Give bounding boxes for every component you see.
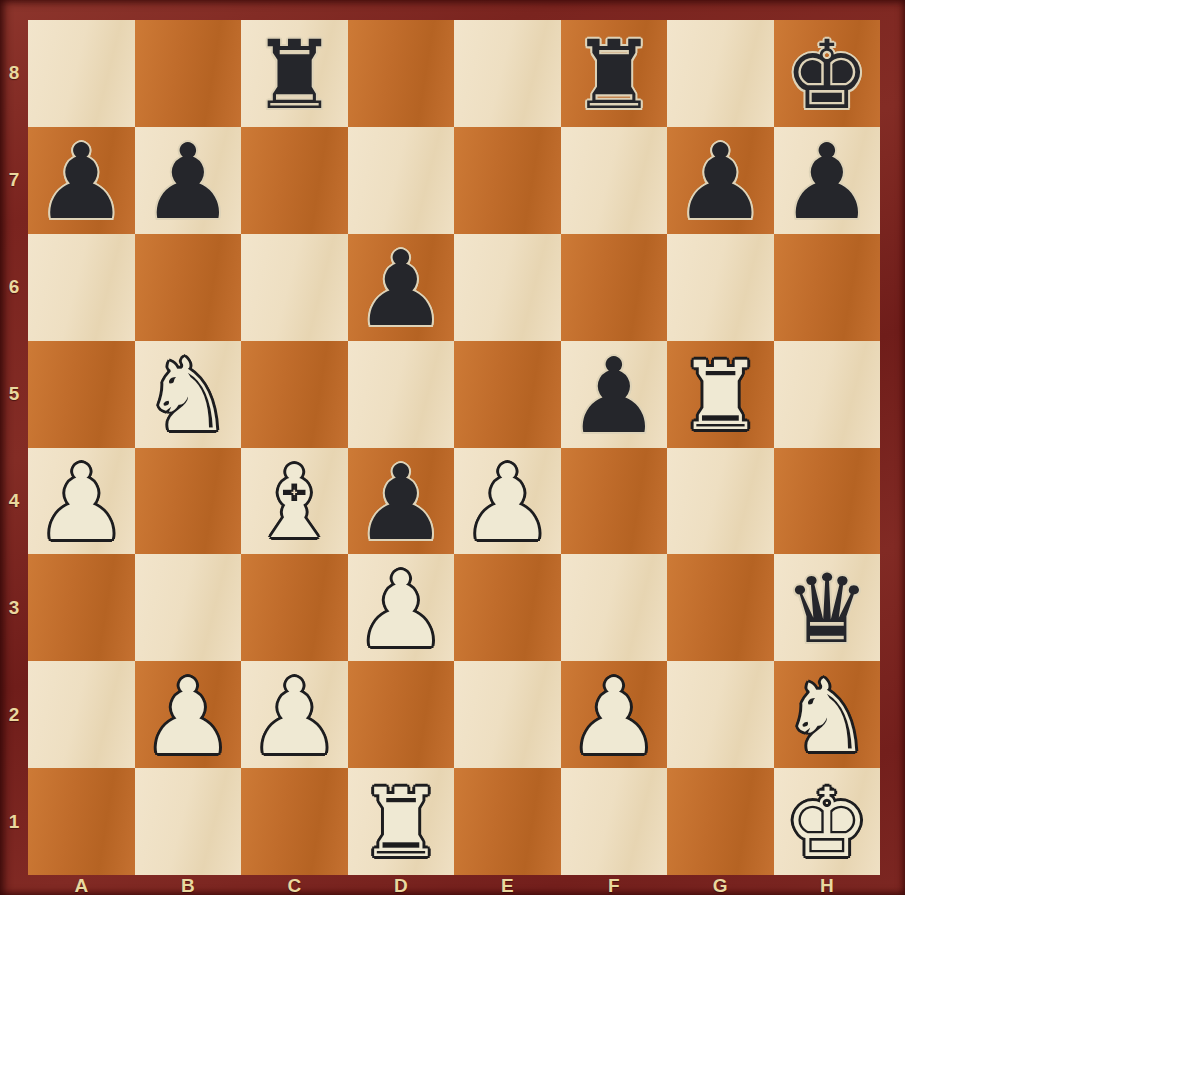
white-knight-b5: ♞ [143,346,233,446]
square-h5[interactable] [774,341,881,448]
black-pawn-d4: ♟ [354,451,447,554]
square-a4[interactable]: ♟ [28,448,135,555]
square-a8[interactable] [28,20,135,127]
square-a3[interactable] [28,554,135,661]
white-pawn-b2: ♟ [141,665,234,768]
white-rook-d1: ♜ [358,776,443,871]
black-pawn-f5: ♟ [567,344,660,447]
square-h8[interactable]: ♚ [774,20,881,127]
square-b8[interactable] [135,20,242,127]
black-pawn-b7: ♟ [141,130,234,233]
square-h6[interactable] [774,234,881,341]
square-g6[interactable] [667,234,774,341]
rank-label-4: 4 [0,448,28,555]
square-b4[interactable] [135,448,242,555]
square-d5[interactable] [348,341,455,448]
square-c3[interactable] [241,554,348,661]
square-f2[interactable]: ♟ [561,661,668,768]
chess-board-frame: 87654321 ♜♜♚♟♟♟♟♟♞♟♜♟♝♟♟♟♛♟♟♟♞♜♚ ABCDEFG… [0,0,905,895]
square-g8[interactable] [667,20,774,127]
square-h4[interactable] [774,448,881,555]
square-g3[interactable] [667,554,774,661]
square-e7[interactable] [454,127,561,234]
rank-label-7: 7 [0,127,28,234]
square-c2[interactable]: ♟ [241,661,348,768]
black-pawn-d6: ♟ [354,237,447,340]
white-pawn-c2: ♟ [248,665,341,768]
square-c5[interactable] [241,341,348,448]
black-king-h8: ♚ [784,28,869,123]
black-queen-h3: ♛ [784,562,869,657]
file-label-f: F [561,875,668,898]
square-e3[interactable] [454,554,561,661]
rank-label-2: 2 [0,661,28,768]
square-a6[interactable] [28,234,135,341]
black-pawn-a7: ♟ [35,130,128,233]
square-b5[interactable]: ♞ [135,341,242,448]
file-label-b: B [135,875,242,898]
square-e5[interactable] [454,341,561,448]
board-squares: ♜♜♚♟♟♟♟♟♞♟♜♟♝♟♟♟♛♟♟♟♞♜♚ [28,20,880,875]
rank-label-1: 1 [0,768,28,875]
square-a5[interactable] [28,341,135,448]
square-g2[interactable] [667,661,774,768]
rank-label-5: 5 [0,341,28,448]
square-d6[interactable]: ♟ [348,234,455,341]
black-rook-c8: ♜ [252,28,337,123]
rank-label-6: 6 [0,234,28,341]
square-g1[interactable] [667,768,774,875]
square-b1[interactable] [135,768,242,875]
square-f4[interactable] [561,448,668,555]
file-label-e: E [454,875,561,898]
white-pawn-a4: ♟ [35,451,128,554]
file-label-c: C [241,875,348,898]
square-c4[interactable]: ♝ [241,448,348,555]
square-f5[interactable]: ♟ [561,341,668,448]
rank-label-3: 3 [0,554,28,661]
rank-labels: 87654321 [0,20,28,875]
page: 87654321 ♜♜♚♟♟♟♟♟♞♟♜♟♝♟♟♟♛♟♟♟♞♜♚ ABCDEFG… [0,0,1200,1065]
square-g5[interactable]: ♜ [667,341,774,448]
square-b6[interactable] [135,234,242,341]
white-king-h1: ♚ [784,776,869,871]
file-label-d: D [348,875,455,898]
square-a1[interactable] [28,768,135,875]
square-a7[interactable]: ♟ [28,127,135,234]
square-f6[interactable] [561,234,668,341]
white-knight-h2: ♞ [782,667,872,767]
square-d1[interactable]: ♜ [348,768,455,875]
square-h2[interactable]: ♞ [774,661,881,768]
square-b3[interactable] [135,554,242,661]
square-g4[interactable] [667,448,774,555]
white-pawn-e4: ♟ [461,451,554,554]
square-g7[interactable]: ♟ [667,127,774,234]
white-pawn-d3: ♟ [354,558,447,661]
square-c6[interactable] [241,234,348,341]
square-e6[interactable] [454,234,561,341]
square-d7[interactable] [348,127,455,234]
square-c7[interactable] [241,127,348,234]
square-e1[interactable] [454,768,561,875]
square-d2[interactable] [348,661,455,768]
square-d4[interactable]: ♟ [348,448,455,555]
file-labels: ABCDEFGH [28,875,880,895]
square-h7[interactable]: ♟ [774,127,881,234]
square-c1[interactable] [241,768,348,875]
white-rook-g5: ♜ [678,349,763,444]
square-e8[interactable] [454,20,561,127]
rank-label-8: 8 [0,20,28,127]
square-b2[interactable]: ♟ [135,661,242,768]
square-f8[interactable]: ♜ [561,20,668,127]
square-h1[interactable]: ♚ [774,768,881,875]
square-h3[interactable]: ♛ [774,554,881,661]
square-a2[interactable] [28,661,135,768]
square-d3[interactable]: ♟ [348,554,455,661]
white-bishop-c4: ♝ [249,453,339,553]
square-c8[interactable]: ♜ [241,20,348,127]
white-pawn-f2: ♟ [567,665,660,768]
black-rook-f8: ♜ [571,28,656,123]
file-label-g: G [667,875,774,898]
black-pawn-h7: ♟ [780,130,873,233]
square-e2[interactable] [454,661,561,768]
file-label-a: A [28,875,135,898]
file-label-h: H [774,875,881,898]
square-f1[interactable] [561,768,668,875]
square-e4[interactable]: ♟ [454,448,561,555]
black-pawn-g7: ♟ [674,130,767,233]
square-f3[interactable] [561,554,668,661]
square-d8[interactable] [348,20,455,127]
square-f7[interactable] [561,127,668,234]
square-b7[interactable]: ♟ [135,127,242,234]
